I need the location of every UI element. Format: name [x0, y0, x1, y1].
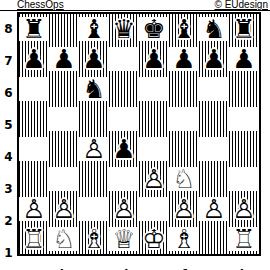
white-bishop: ♗ — [169, 224, 199, 254]
white-pawn: ♙ — [79, 134, 109, 164]
piece-halo: ♟ — [169, 194, 199, 224]
copyright-link[interactable]: © EUdesign — [214, 0, 268, 10]
piece-halo: ♜ — [19, 224, 49, 254]
square-c4[interactable]: ♟♙ — [79, 134, 109, 164]
black-pawn: ♟ — [79, 44, 109, 74]
white-bishop: ♗ — [79, 224, 109, 254]
board-area: 87654321 ♜♜♝♝♛♛♚♚♝♝♞♞♜♜♟♟♟♟♟♟♟♟♟♟♟♟♟♟♞♞♟… — [0, 12, 270, 268]
piece-halo: ♞ — [79, 74, 109, 104]
piece-halo: ♞ — [199, 14, 229, 44]
piece-halo: ♟ — [139, 44, 169, 74]
piece-halo: ♝ — [79, 224, 109, 254]
square-g8[interactable]: ♞♞ — [199, 14, 229, 44]
piece-halo: ♟ — [109, 194, 139, 224]
black-bishop: ♝ — [79, 14, 109, 44]
square-g4[interactable] — [199, 134, 229, 164]
piece-halo: ♟ — [49, 44, 79, 74]
square-b2[interactable]: ♟♙ — [49, 194, 79, 224]
square-f1[interactable]: ♝♗ — [169, 224, 199, 254]
square-d4[interactable]: ♟♟ — [109, 134, 139, 164]
rank-label-5: 5 — [0, 110, 17, 140]
site-title-link[interactable]: ChessOps — [17, 0, 64, 10]
piece-halo: ♟ — [19, 44, 49, 74]
board: ♜♜♝♝♛♛♚♚♝♝♞♞♜♜♟♟♟♟♟♟♟♟♟♟♟♟♟♟♞♞♟♙♟♟♟♙♞♘♟♙… — [17, 12, 261, 256]
square-a2[interactable]: ♟♙ — [19, 194, 49, 224]
black-knight: ♞ — [79, 74, 109, 104]
piece-halo: ♛ — [109, 224, 139, 254]
piece-halo: ♜ — [229, 224, 259, 254]
black-queen: ♛ — [109, 14, 139, 44]
square-f2[interactable]: ♟♙ — [169, 194, 199, 224]
square-h3[interactable] — [229, 164, 259, 194]
white-rook: ♖ — [229, 224, 259, 254]
piece-halo: ♞ — [49, 224, 79, 254]
square-h8[interactable]: ♜♜ — [229, 14, 259, 44]
black-rook: ♜ — [19, 14, 49, 44]
piece-halo: ♜ — [19, 14, 49, 44]
square-b3[interactable] — [49, 164, 79, 194]
square-e8[interactable]: ♚♚ — [139, 14, 169, 44]
square-h2[interactable]: ♟♙ — [229, 194, 259, 224]
rank-label-7: 7 — [0, 46, 17, 76]
square-h1[interactable]: ♜♖ — [229, 224, 259, 254]
white-knight: ♘ — [49, 224, 79, 254]
rank-label-6: 6 — [0, 78, 17, 108]
piece-halo: ♟ — [229, 194, 259, 224]
square-f7[interactable]: ♟♟ — [169, 44, 199, 74]
square-d5[interactable] — [109, 104, 139, 134]
black-pawn: ♟ — [199, 44, 229, 74]
piece-halo: ♟ — [169, 44, 199, 74]
piece-halo: ♝ — [79, 14, 109, 44]
square-f6[interactable] — [169, 74, 199, 104]
square-a5[interactable] — [19, 104, 49, 134]
piece-halo: ♜ — [229, 14, 259, 44]
square-f8[interactable]: ♝♝ — [169, 14, 199, 44]
piece-halo: ♝ — [169, 14, 199, 44]
black-rook: ♜ — [229, 14, 259, 44]
rank-label-8: 8 — [0, 14, 17, 44]
page: ChessOps © EUdesign 87654321 ♜♜♝♝♛♛♚♚♝♝♞… — [0, 0, 270, 270]
black-knight: ♞ — [199, 14, 229, 44]
rank-label-2: 2 — [0, 206, 17, 236]
piece-halo: ♟ — [79, 134, 109, 164]
white-pawn: ♙ — [109, 194, 139, 224]
white-rook: ♖ — [19, 224, 49, 254]
piece-halo: ♟ — [199, 44, 229, 74]
square-b8[interactable] — [49, 14, 79, 44]
piece-halo: ♛ — [109, 14, 139, 44]
square-d3[interactable] — [109, 164, 139, 194]
square-d7[interactable] — [109, 44, 139, 74]
square-h6[interactable] — [229, 74, 259, 104]
piece-halo: ♟ — [139, 164, 169, 194]
black-pawn: ♟ — [109, 134, 139, 164]
black-bishop: ♝ — [169, 14, 199, 44]
square-g6[interactable] — [199, 74, 229, 104]
white-pawn: ♙ — [49, 194, 79, 224]
piece-halo: ♟ — [229, 44, 259, 74]
square-e4[interactable] — [139, 134, 169, 164]
square-b5[interactable] — [49, 104, 79, 134]
square-e7[interactable]: ♟♟ — [139, 44, 169, 74]
black-pawn: ♟ — [229, 44, 259, 74]
piece-halo: ♚ — [139, 224, 169, 254]
white-pawn: ♙ — [229, 194, 259, 224]
piece-halo: ♟ — [79, 44, 109, 74]
white-pawn: ♙ — [169, 194, 199, 224]
square-e2[interactable] — [139, 194, 169, 224]
header: ChessOps © EUdesign — [0, 0, 270, 11]
square-g5[interactable] — [199, 104, 229, 134]
piece-halo: ♝ — [169, 224, 199, 254]
square-d2[interactable]: ♟♙ — [109, 194, 139, 224]
white-king: ♔ — [139, 224, 169, 254]
black-pawn: ♟ — [139, 44, 169, 74]
square-d8[interactable]: ♛♛ — [109, 14, 139, 44]
black-pawn: ♟ — [49, 44, 79, 74]
piece-halo: ♞ — [169, 164, 199, 194]
white-knight: ♘ — [169, 164, 199, 194]
square-c5[interactable] — [79, 104, 109, 134]
square-e6[interactable] — [139, 74, 169, 104]
black-king: ♚ — [139, 14, 169, 44]
square-c2[interactable] — [79, 194, 109, 224]
square-b4[interactable] — [49, 134, 79, 164]
square-c1[interactable]: ♝♗ — [79, 224, 109, 254]
square-c7[interactable]: ♟♟ — [79, 44, 109, 74]
square-d1[interactable]: ♛♕ — [109, 224, 139, 254]
white-pawn: ♙ — [19, 194, 49, 224]
white-pawn: ♙ — [199, 194, 229, 224]
square-g3[interactable] — [199, 164, 229, 194]
piece-halo: ♟ — [199, 194, 229, 224]
black-pawn: ♟ — [169, 44, 199, 74]
square-f4[interactable] — [169, 134, 199, 164]
square-h7[interactable]: ♟♟ — [229, 44, 259, 74]
square-a7[interactable]: ♟♟ — [19, 44, 49, 74]
square-g2[interactable]: ♟♙ — [199, 194, 229, 224]
white-queen: ♕ — [109, 224, 139, 254]
square-e3[interactable]: ♟♙ — [139, 164, 169, 194]
square-c6[interactable]: ♞♞ — [79, 74, 109, 104]
square-h5[interactable] — [229, 104, 259, 134]
rank-label-1: 1 — [0, 238, 17, 268]
square-b7[interactable]: ♟♟ — [49, 44, 79, 74]
black-pawn: ♟ — [19, 44, 49, 74]
square-a8[interactable]: ♜♜ — [19, 14, 49, 44]
square-c8[interactable]: ♝♝ — [79, 14, 109, 44]
square-g1[interactable] — [199, 224, 229, 254]
piece-halo: ♚ — [139, 14, 169, 44]
square-a1[interactable]: ♜♖ — [19, 224, 49, 254]
square-c3[interactable] — [79, 164, 109, 194]
rank-label-3: 3 — [0, 174, 17, 204]
piece-halo: ♟ — [49, 194, 79, 224]
square-g7[interactable]: ♟♟ — [199, 44, 229, 74]
square-h4[interactable] — [229, 134, 259, 164]
piece-halo: ♟ — [19, 194, 49, 224]
square-b6[interactable] — [49, 74, 79, 104]
square-b1[interactable]: ♞♘ — [49, 224, 79, 254]
rank-label-4: 4 — [0, 142, 17, 172]
square-e5[interactable] — [139, 104, 169, 134]
square-f3[interactable]: ♞♘ — [169, 164, 199, 194]
square-f5[interactable] — [169, 104, 199, 134]
square-a4[interactable] — [19, 134, 49, 164]
piece-halo: ♟ — [109, 134, 139, 164]
square-e1[interactable]: ♚♔ — [139, 224, 169, 254]
rank-labels: 87654321 — [0, 12, 17, 268]
square-a3[interactable] — [19, 164, 49, 194]
square-d6[interactable] — [109, 74, 139, 104]
square-a6[interactable] — [19, 74, 49, 104]
white-pawn: ♙ — [139, 164, 169, 194]
